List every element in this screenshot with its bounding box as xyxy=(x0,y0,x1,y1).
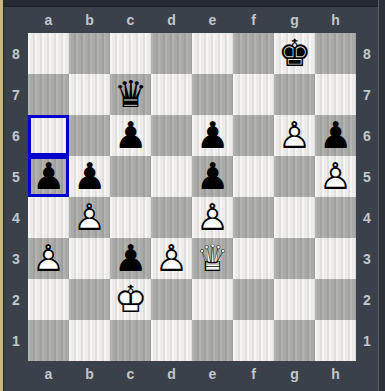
white-pawn[interactable]: ♟♙ xyxy=(274,115,315,156)
file-label-a: a xyxy=(28,361,69,387)
square-e1[interactable] xyxy=(192,320,233,361)
square-h8[interactable] xyxy=(315,33,356,74)
file-label-b: b xyxy=(69,6,110,33)
square-g4[interactable] xyxy=(274,197,315,238)
white-pawn[interactable]: ♟♙ xyxy=(69,197,110,238)
square-e8[interactable] xyxy=(192,33,233,74)
square-a4[interactable] xyxy=(28,197,69,238)
white-king[interactable]: ♚♔ xyxy=(110,279,151,320)
square-b5[interactable]: ♟ xyxy=(69,156,110,197)
square-f8[interactable] xyxy=(233,33,274,74)
white-pawn-outline: ♙ xyxy=(151,238,192,279)
square-f7[interactable] xyxy=(233,74,274,115)
chess-board: ♚♛♟♟♟♙♟♟♟♟♟♙♟♙♟♙♟♙♟♟♙♛♕♚♔ xyxy=(28,33,356,361)
rank-label-8: 8 xyxy=(356,33,378,74)
white-pawn-outline: ♙ xyxy=(28,238,69,279)
square-b7[interactable] xyxy=(69,74,110,115)
square-c4[interactable] xyxy=(110,197,151,238)
square-b6[interactable] xyxy=(69,115,110,156)
rank-label-4: 4 xyxy=(4,197,28,238)
square-f4[interactable] xyxy=(233,197,274,238)
black-pawn[interactable]: ♟ xyxy=(192,156,233,197)
square-c1[interactable] xyxy=(110,320,151,361)
white-pawn[interactable]: ♟♙ xyxy=(151,238,192,279)
file-label-c: c xyxy=(110,361,151,387)
square-b8[interactable] xyxy=(69,33,110,74)
square-a7[interactable] xyxy=(28,74,69,115)
white-pawn-outline: ♙ xyxy=(192,197,233,238)
square-e4[interactable]: ♟♙ xyxy=(192,197,233,238)
file-label-f: f xyxy=(233,361,274,387)
square-g2[interactable] xyxy=(274,279,315,320)
square-c7[interactable]: ♛ xyxy=(110,74,151,115)
square-h1[interactable] xyxy=(315,320,356,361)
square-b4[interactable]: ♟♙ xyxy=(69,197,110,238)
black-king[interactable]: ♚ xyxy=(274,33,315,74)
square-g6[interactable]: ♟♙ xyxy=(274,115,315,156)
file-label-e: e xyxy=(192,361,233,387)
square-d6[interactable] xyxy=(151,115,192,156)
white-queen[interactable]: ♛♕ xyxy=(192,238,233,279)
white-queen-outline: ♕ xyxy=(192,238,233,279)
rank-label-7: 7 xyxy=(356,74,378,115)
rank-label-3: 3 xyxy=(4,238,28,279)
black-pawn[interactable]: ♟ xyxy=(28,156,69,197)
square-e6[interactable]: ♟ xyxy=(192,115,233,156)
rank-label-7: 7 xyxy=(4,74,28,115)
black-queen[interactable]: ♛ xyxy=(110,74,151,115)
square-a5[interactable]: ♟ xyxy=(28,156,69,197)
square-c6[interactable]: ♟ xyxy=(110,115,151,156)
rank-label-1: 1 xyxy=(356,320,378,361)
square-d8[interactable] xyxy=(151,33,192,74)
rank-label-2: 2 xyxy=(356,279,378,320)
rank-label-5: 5 xyxy=(4,156,28,197)
square-b1[interactable] xyxy=(69,320,110,361)
rank-label-3: 3 xyxy=(356,238,378,279)
square-f1[interactable] xyxy=(233,320,274,361)
square-f5[interactable] xyxy=(233,156,274,197)
square-d5[interactable] xyxy=(151,156,192,197)
square-h4[interactable] xyxy=(315,197,356,238)
square-c8[interactable] xyxy=(110,33,151,74)
square-h5[interactable]: ♟♙ xyxy=(315,156,356,197)
file-label-a: a xyxy=(28,6,69,33)
square-a3[interactable]: ♟♙ xyxy=(28,238,69,279)
square-g3[interactable] xyxy=(274,238,315,279)
square-b2[interactable] xyxy=(69,279,110,320)
file-label-f: f xyxy=(233,6,274,33)
rank-label-8: 8 xyxy=(4,33,28,74)
square-g7[interactable] xyxy=(274,74,315,115)
rank-label-2: 2 xyxy=(4,279,28,320)
file-label-e: e xyxy=(192,6,233,33)
square-a1[interactable] xyxy=(28,320,69,361)
square-a2[interactable] xyxy=(28,279,69,320)
file-label-b: b xyxy=(69,361,110,387)
square-h7[interactable] xyxy=(315,74,356,115)
black-pawn[interactable]: ♟ xyxy=(192,115,233,156)
square-g1[interactable] xyxy=(274,320,315,361)
square-c2[interactable]: ♚♔ xyxy=(110,279,151,320)
square-f2[interactable] xyxy=(233,279,274,320)
square-h3[interactable] xyxy=(315,238,356,279)
rank-label-4: 4 xyxy=(356,197,378,238)
rank-label-1: 1 xyxy=(4,320,28,361)
white-pawn-outline: ♙ xyxy=(315,156,356,197)
square-h6[interactable]: ♟ xyxy=(315,115,356,156)
square-d3[interactable]: ♟♙ xyxy=(151,238,192,279)
square-f6[interactable] xyxy=(233,115,274,156)
file-label-c: c xyxy=(110,6,151,33)
square-d2[interactable] xyxy=(151,279,192,320)
file-label-h: h xyxy=(315,6,356,33)
file-labels-top: abcdefgh xyxy=(28,6,356,33)
square-e2[interactable] xyxy=(192,279,233,320)
black-pawn[interactable]: ♟ xyxy=(69,156,110,197)
rank-label-5: 5 xyxy=(356,156,378,197)
square-e3[interactable]: ♛♕ xyxy=(192,238,233,279)
square-c5[interactable] xyxy=(110,156,151,197)
square-a6[interactable] xyxy=(28,115,69,156)
square-e7[interactable] xyxy=(192,74,233,115)
square-d4[interactable] xyxy=(151,197,192,238)
rank-labels-right: 87654321 xyxy=(356,33,378,361)
square-a8[interactable] xyxy=(28,33,69,74)
square-d1[interactable] xyxy=(151,320,192,361)
square-b3[interactable] xyxy=(69,238,110,279)
square-e5[interactable]: ♟ xyxy=(192,156,233,197)
file-label-h: h xyxy=(315,361,356,387)
square-f3[interactable] xyxy=(233,238,274,279)
rank-labels-left: 87654321 xyxy=(4,33,28,361)
square-g8[interactable]: ♚ xyxy=(274,33,315,74)
black-pawn[interactable]: ♟ xyxy=(110,238,151,279)
white-pawn[interactable]: ♟♙ xyxy=(192,197,233,238)
file-label-g: g xyxy=(274,6,315,33)
file-label-g: g xyxy=(274,361,315,387)
black-pawn[interactable]: ♟ xyxy=(110,115,151,156)
white-pawn[interactable]: ♟♙ xyxy=(28,238,69,279)
white-king-outline: ♔ xyxy=(110,279,151,320)
white-pawn[interactable]: ♟♙ xyxy=(315,156,356,197)
white-pawn-outline: ♙ xyxy=(69,197,110,238)
chess-board-frame: abcdefgh abcdefgh 87654321 87654321 ♚♛♟♟… xyxy=(0,0,385,391)
square-h2[interactable] xyxy=(315,279,356,320)
file-label-d: d xyxy=(151,361,192,387)
white-pawn-outline: ♙ xyxy=(274,115,315,156)
file-labels-bottom: abcdefgh xyxy=(28,361,356,387)
rank-label-6: 6 xyxy=(4,115,28,156)
black-pawn[interactable]: ♟ xyxy=(315,115,356,156)
square-c3[interactable]: ♟ xyxy=(110,238,151,279)
frame-right-edge-strip xyxy=(378,0,385,391)
file-label-d: d xyxy=(151,6,192,33)
square-d7[interactable] xyxy=(151,74,192,115)
rank-label-6: 6 xyxy=(356,115,378,156)
square-g5[interactable] xyxy=(274,156,315,197)
